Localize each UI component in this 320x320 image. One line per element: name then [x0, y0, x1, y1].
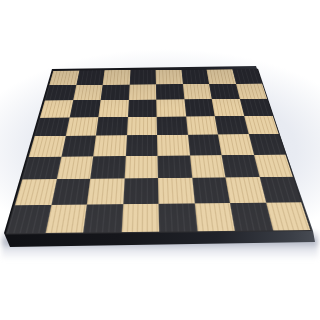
square-d5	[126, 116, 157, 135]
square-g7	[209, 84, 239, 100]
square-c4	[93, 135, 126, 156]
square-e7	[156, 84, 184, 100]
chess-board	[5, 69, 311, 235]
square-b6	[69, 100, 100, 117]
square-a7	[45, 85, 76, 101]
square-h8	[232, 69, 262, 83]
square-f7	[182, 84, 211, 100]
square-d4	[125, 135, 157, 156]
square-h3	[253, 154, 292, 177]
square-c5	[96, 117, 128, 136]
square-a4	[29, 136, 66, 157]
square-f6	[184, 99, 215, 116]
square-e1	[158, 203, 197, 232]
square-b5	[65, 117, 98, 136]
square-d6	[128, 100, 157, 117]
square-h2	[259, 177, 301, 202]
square-e3	[157, 155, 191, 178]
square-f5	[186, 116, 218, 135]
square-a6	[40, 100, 73, 117]
square-d7	[128, 84, 156, 100]
square-h7	[236, 83, 268, 99]
square-d8	[129, 70, 156, 84]
board-perspective-wrap	[5, 69, 311, 235]
square-e2	[158, 178, 194, 204]
square-c8	[103, 70, 130, 84]
square-f8	[181, 70, 209, 84]
square-c2	[87, 178, 124, 204]
square-d3	[124, 155, 158, 178]
square-h5	[244, 115, 279, 134]
square-h4	[248, 134, 285, 155]
square-g6	[212, 99, 244, 116]
square-g5	[215, 116, 249, 135]
square-a5	[35, 117, 70, 136]
square-b4	[61, 136, 96, 157]
square-a1	[7, 204, 51, 233]
square-a2	[15, 179, 56, 205]
square-e5	[157, 116, 188, 135]
square-b8	[76, 70, 105, 84]
square-c6	[98, 100, 128, 117]
square-b2	[51, 179, 90, 205]
square-e6	[156, 99, 185, 116]
square-h1	[265, 202, 310, 231]
square-d1	[121, 203, 159, 232]
square-c1	[83, 204, 123, 233]
square-c3	[90, 156, 125, 179]
square-f3	[189, 155, 225, 178]
square-b3	[56, 156, 93, 179]
square-f4	[187, 134, 221, 155]
square-f1	[194, 203, 235, 232]
square-c7	[101, 84, 130, 100]
square-a8	[49, 71, 79, 85]
square-h6	[239, 99, 272, 116]
square-e8	[156, 70, 183, 84]
square-b1	[45, 204, 87, 233]
square-d2	[123, 178, 159, 204]
square-f2	[192, 177, 230, 203]
square-e4	[157, 135, 189, 156]
square-a3	[22, 156, 61, 179]
square-b7	[73, 85, 103, 101]
product-photo-scene	[0, 0, 320, 320]
square-g8	[207, 69, 236, 83]
